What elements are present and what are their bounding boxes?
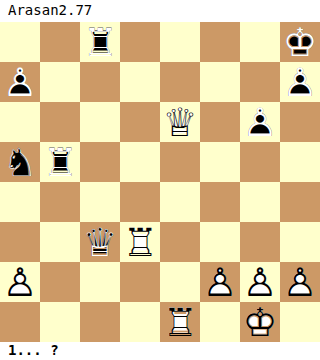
square-a7[interactable]: ♟♙ <box>0 62 40 102</box>
square-e4[interactable] <box>160 182 200 222</box>
square-a8[interactable] <box>0 22 40 62</box>
square-d5[interactable] <box>120 142 160 182</box>
square-b1[interactable] <box>40 302 80 342</box>
black-knight[interactable]: ♞♘ <box>0 142 40 182</box>
square-g2[interactable]: ♟♙ <box>240 262 280 302</box>
chess-board[interactable]: ♜♖♚♔♟♙♟♙♛♕♟♙♞♘♜♖♛♕♜♖♟♙♟♙♟♙♟♙♜♖♚♔ <box>0 22 320 342</box>
white-queen[interactable]: ♛♕ <box>160 102 200 142</box>
square-c2[interactable] <box>80 262 120 302</box>
square-f6[interactable] <box>200 102 240 142</box>
square-h5[interactable] <box>280 142 320 182</box>
piece-outline-glyph: ♖ <box>80 22 120 62</box>
square-g7[interactable] <box>240 62 280 102</box>
piece-outline-glyph: ♙ <box>0 62 40 102</box>
square-c1[interactable] <box>80 302 120 342</box>
square-e3[interactable] <box>160 222 200 262</box>
square-h8[interactable]: ♚♔ <box>280 22 320 62</box>
square-a5[interactable]: ♞♘ <box>0 142 40 182</box>
square-g4[interactable] <box>240 182 280 222</box>
black-king[interactable]: ♚♔ <box>280 22 320 62</box>
white-rook[interactable]: ♜♖ <box>120 222 160 262</box>
white-pawn[interactable]: ♟♙ <box>0 262 40 302</box>
black-rook[interactable]: ♜♖ <box>40 142 80 182</box>
black-rook[interactable]: ♜♖ <box>80 22 120 62</box>
piece-outline-glyph: ♙ <box>200 262 240 302</box>
square-g8[interactable] <box>240 22 280 62</box>
black-pawn[interactable]: ♟♙ <box>280 62 320 102</box>
square-c6[interactable] <box>80 102 120 142</box>
square-e8[interactable] <box>160 22 200 62</box>
square-c4[interactable] <box>80 182 120 222</box>
square-d4[interactable] <box>120 182 160 222</box>
square-g6[interactable]: ♟♙ <box>240 102 280 142</box>
square-c5[interactable] <box>80 142 120 182</box>
square-a2[interactable]: ♟♙ <box>0 262 40 302</box>
square-f3[interactable] <box>200 222 240 262</box>
square-e2[interactable] <box>160 262 200 302</box>
square-b7[interactable] <box>40 62 80 102</box>
square-e6[interactable]: ♛♕ <box>160 102 200 142</box>
black-pawn[interactable]: ♟♙ <box>240 102 280 142</box>
square-d8[interactable] <box>120 22 160 62</box>
square-e7[interactable] <box>160 62 200 102</box>
piece-outline-glyph: ♘ <box>0 142 40 182</box>
square-a4[interactable] <box>0 182 40 222</box>
square-f7[interactable] <box>200 62 240 102</box>
black-pawn[interactable]: ♟♙ <box>0 62 40 102</box>
square-c7[interactable] <box>80 62 120 102</box>
square-e1[interactable]: ♜♖ <box>160 302 200 342</box>
square-f8[interactable] <box>200 22 240 62</box>
square-b8[interactable] <box>40 22 80 62</box>
piece-outline-glyph: ♙ <box>280 262 320 302</box>
square-f1[interactable] <box>200 302 240 342</box>
square-h4[interactable] <box>280 182 320 222</box>
piece-outline-glyph: ♔ <box>240 302 280 342</box>
piece-outline-glyph: ♖ <box>40 142 80 182</box>
square-a6[interactable] <box>0 102 40 142</box>
square-d1[interactable] <box>120 302 160 342</box>
piece-outline-glyph: ♙ <box>240 102 280 142</box>
square-b6[interactable] <box>40 102 80 142</box>
square-f2[interactable]: ♟♙ <box>200 262 240 302</box>
square-h1[interactable] <box>280 302 320 342</box>
square-b5[interactable]: ♜♖ <box>40 142 80 182</box>
square-c8[interactable]: ♜♖ <box>80 22 120 62</box>
white-pawn[interactable]: ♟♙ <box>200 262 240 302</box>
piece-outline-glyph: ♔ <box>280 22 320 62</box>
square-h2[interactable]: ♟♙ <box>280 262 320 302</box>
black-queen[interactable]: ♛♕ <box>80 222 120 262</box>
square-d3[interactable]: ♜♖ <box>120 222 160 262</box>
square-h3[interactable] <box>280 222 320 262</box>
square-f4[interactable] <box>200 182 240 222</box>
square-h7[interactable]: ♟♙ <box>280 62 320 102</box>
square-g5[interactable] <box>240 142 280 182</box>
piece-outline-glyph: ♖ <box>160 302 200 342</box>
square-d7[interactable] <box>120 62 160 102</box>
piece-outline-glyph: ♕ <box>160 102 200 142</box>
arasan-window: Arasan2.77 ♜♖♚♔♟♙♟♙♛♕♟♙♞♘♜♖♛♕♜♖♟♙♟♙♟♙♟♙♜… <box>0 0 320 360</box>
piece-outline-glyph: ♕ <box>80 222 120 262</box>
piece-outline-glyph: ♙ <box>0 262 40 302</box>
square-b4[interactable] <box>40 182 80 222</box>
square-g1[interactable]: ♚♔ <box>240 302 280 342</box>
white-king[interactable]: ♚♔ <box>240 302 280 342</box>
square-a3[interactable] <box>0 222 40 262</box>
square-a1[interactable] <box>0 302 40 342</box>
square-g3[interactable] <box>240 222 280 262</box>
white-rook[interactable]: ♜♖ <box>160 302 200 342</box>
square-c3[interactable]: ♛♕ <box>80 222 120 262</box>
square-d6[interactable] <box>120 102 160 142</box>
square-d2[interactable] <box>120 262 160 302</box>
square-f5[interactable] <box>200 142 240 182</box>
white-pawn[interactable]: ♟♙ <box>280 262 320 302</box>
white-pawn[interactable]: ♟♙ <box>240 262 280 302</box>
square-b3[interactable] <box>40 222 80 262</box>
square-e5[interactable] <box>160 142 200 182</box>
move-prompt: 1... ? <box>0 342 320 360</box>
square-h6[interactable] <box>280 102 320 142</box>
piece-outline-glyph: ♙ <box>240 262 280 302</box>
piece-outline-glyph: ♙ <box>280 62 320 102</box>
square-b2[interactable] <box>40 262 80 302</box>
piece-outline-glyph: ♖ <box>120 222 160 262</box>
window-title: Arasan2.77 <box>0 0 320 22</box>
